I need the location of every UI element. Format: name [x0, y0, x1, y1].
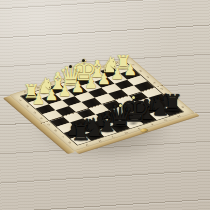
finial-icon: [69, 65, 72, 68]
white-pawn: ♟: [38, 88, 66, 103]
black-rook: ♜: [67, 121, 95, 144]
black-pawn: ♟: [138, 96, 166, 113]
black-pawn: ♟: [86, 112, 114, 129]
white-king: ♚: [70, 56, 98, 85]
white-pawn: ♟: [24, 92, 52, 107]
white-pawn: ♟: [116, 63, 144, 78]
black-knight: ♞: [145, 94, 173, 119]
black-bishop: ♝: [132, 96, 160, 123]
white-bishop: ♝: [44, 70, 72, 93]
black-pawn: ♟: [152, 92, 180, 109]
black-knight: ♞: [80, 115, 108, 140]
white-knight: ♞: [96, 55, 124, 76]
white-pawn: ♟: [64, 80, 92, 95]
chess-set-photo: AABBCCDDEEFFGGHH1122334455667788 ♜♞♝♛♚♝♞…: [0, 0, 210, 210]
white-rook: ♜: [17, 82, 45, 101]
finial-icon: [119, 104, 122, 107]
white-pawn: ♟: [90, 72, 118, 87]
black-pawn: ♟: [60, 121, 88, 138]
white-pawn: ♟: [77, 76, 105, 91]
black-rook: ♜: [159, 92, 187, 115]
white-pawn: ♟: [51, 84, 79, 99]
white-bishop: ♝: [83, 58, 111, 81]
white-pawn: ♟: [103, 67, 131, 82]
black-pawn: ♟: [112, 104, 140, 121]
finial-icon: [82, 59, 85, 62]
white-knight: ♞: [31, 76, 59, 97]
black-pawn: ♟: [99, 108, 127, 125]
black-bishop: ♝: [93, 108, 121, 135]
pieces-layer: ♜♞♝♛♚♝♞♜♟♟♟♟♟♟♟♟♟♟♟♟♟♟♟♟♜♞♝♛♚♝♞♜: [0, 0, 210, 210]
black-king: ♚: [119, 92, 147, 127]
white-queen: ♛: [57, 62, 85, 89]
white-rook: ♜: [109, 53, 137, 72]
black-pawn: ♟: [73, 117, 101, 134]
black-pawn: ♟: [125, 100, 153, 117]
black-queen: ♛: [106, 100, 134, 131]
finial-icon: [132, 96, 135, 99]
